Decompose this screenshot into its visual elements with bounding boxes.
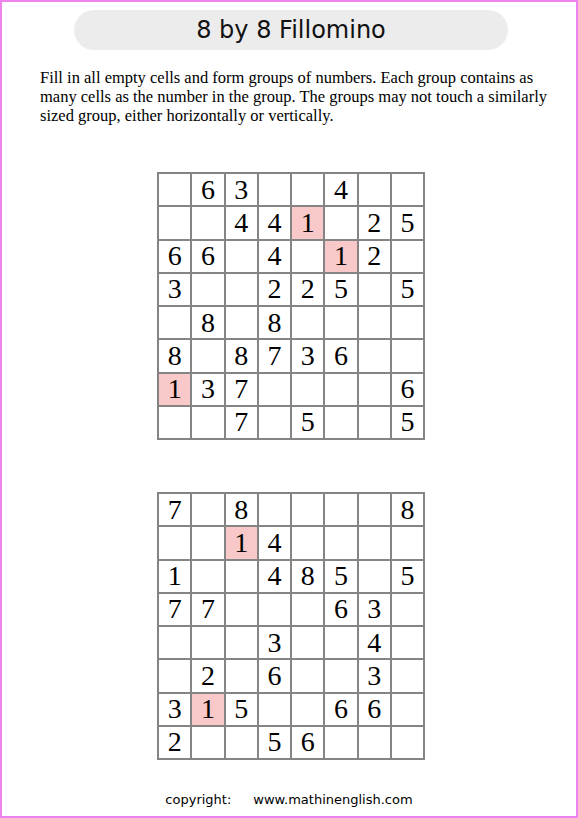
cell-r3c7: 2 bbox=[359, 241, 390, 272]
fillomino-grid-top: 63444125664123225588887361376755 bbox=[157, 172, 425, 440]
cell-r2c2[interactable] bbox=[192, 527, 223, 558]
cell-r3c1: 6 bbox=[159, 241, 190, 272]
cell-r8c6[interactable] bbox=[325, 727, 356, 758]
cell-r3c2: 6 bbox=[192, 241, 223, 272]
cell-r1c5[interactable] bbox=[292, 174, 323, 205]
cell-r8c6[interactable] bbox=[325, 407, 356, 438]
cell-r7c5[interactable] bbox=[292, 374, 323, 405]
cell-r2c5[interactable] bbox=[292, 527, 323, 558]
title-banner: 8 by 8 Fillomino bbox=[74, 10, 508, 50]
cell-r2c5: 1 bbox=[292, 207, 323, 238]
instructions-text: Fill in all empty cells and form groups … bbox=[40, 68, 552, 125]
cell-r6c5[interactable] bbox=[292, 660, 323, 691]
cell-r6c4: 7 bbox=[259, 340, 290, 371]
copyright-label: copyright: bbox=[165, 792, 231, 807]
cell-r4c5: 2 bbox=[292, 274, 323, 305]
cell-r8c7[interactable] bbox=[359, 407, 390, 438]
cell-r2c2[interactable] bbox=[192, 207, 223, 238]
cell-r1c8: 8 bbox=[392, 494, 423, 525]
cell-r3c3[interactable] bbox=[226, 241, 257, 272]
cell-r7c2: 3 bbox=[192, 374, 223, 405]
cell-r5c3[interactable] bbox=[226, 627, 257, 658]
cell-r2c6[interactable] bbox=[325, 527, 356, 558]
cell-r2c3: 1 bbox=[226, 527, 257, 558]
cell-r4c1: 3 bbox=[159, 274, 190, 305]
cell-r5c5[interactable] bbox=[292, 307, 323, 338]
cell-r8c8[interactable] bbox=[392, 727, 423, 758]
cell-r3c4: 4 bbox=[259, 241, 290, 272]
cell-r3c4: 4 bbox=[259, 561, 290, 592]
cell-r5c2[interactable] bbox=[192, 627, 223, 658]
cell-r4c8: 5 bbox=[392, 274, 423, 305]
instructions-line-3: sized group, either horizontally or vert… bbox=[40, 106, 552, 125]
cell-r1c6: 4 bbox=[325, 174, 356, 205]
cell-r5c8[interactable] bbox=[392, 627, 423, 658]
cell-r5c1[interactable] bbox=[159, 627, 190, 658]
cell-r1c3: 3 bbox=[226, 174, 257, 205]
cell-r2c8[interactable] bbox=[392, 527, 423, 558]
cell-r5c2: 8 bbox=[192, 307, 223, 338]
cell-r1c4[interactable] bbox=[259, 174, 290, 205]
cell-r1c1[interactable] bbox=[159, 174, 190, 205]
cell-r8c4: 5 bbox=[259, 727, 290, 758]
cell-r4c7: 3 bbox=[359, 594, 390, 625]
cell-r6c1: 8 bbox=[159, 340, 190, 371]
cell-r1c1: 7 bbox=[159, 494, 190, 525]
cell-r5c7: 4 bbox=[359, 627, 390, 658]
cell-r5c7[interactable] bbox=[359, 307, 390, 338]
cell-r8c8: 5 bbox=[392, 407, 423, 438]
cell-r6c4: 6 bbox=[259, 660, 290, 691]
cell-r7c2: 1 bbox=[192, 694, 223, 725]
cell-r4c5[interactable] bbox=[292, 594, 323, 625]
worksheet-page: 8 by 8 Fillomino Fill in all empty cells… bbox=[0, 0, 578, 818]
cell-r8c5: 5 bbox=[292, 407, 323, 438]
cell-r4c3[interactable] bbox=[226, 594, 257, 625]
cell-r2c1[interactable] bbox=[159, 207, 190, 238]
cell-r6c7[interactable] bbox=[359, 340, 390, 371]
cell-r8c1: 2 bbox=[159, 727, 190, 758]
cell-r6c2[interactable] bbox=[192, 340, 223, 371]
cell-r7c3: 5 bbox=[226, 694, 257, 725]
cell-r2c7[interactable] bbox=[359, 527, 390, 558]
cell-r7c1: 1 bbox=[159, 374, 190, 405]
cell-r6c6[interactable] bbox=[325, 660, 356, 691]
cell-r6c7: 3 bbox=[359, 660, 390, 691]
cell-r7c8[interactable] bbox=[392, 694, 423, 725]
cell-r5c8[interactable] bbox=[392, 307, 423, 338]
cell-r2c6[interactable] bbox=[325, 207, 356, 238]
cell-r2c4: 4 bbox=[259, 527, 290, 558]
cell-r4c1: 7 bbox=[159, 594, 190, 625]
footer: copyright: www.mathinenglish.com bbox=[2, 792, 576, 807]
cell-r8c1[interactable] bbox=[159, 407, 190, 438]
cell-r1c7[interactable] bbox=[359, 174, 390, 205]
cell-r4c6: 6 bbox=[325, 594, 356, 625]
cell-r3c6: 5 bbox=[325, 561, 356, 592]
cell-r8c3: 7 bbox=[226, 407, 257, 438]
cell-r2c1[interactable] bbox=[159, 527, 190, 558]
cell-r5c3[interactable] bbox=[226, 307, 257, 338]
cell-r1c6[interactable] bbox=[325, 494, 356, 525]
cell-r1c4[interactable] bbox=[259, 494, 290, 525]
cell-r7c8: 6 bbox=[392, 374, 423, 405]
cell-r7c4[interactable] bbox=[259, 374, 290, 405]
cell-r5c6[interactable] bbox=[325, 627, 356, 658]
cell-r4c6: 5 bbox=[325, 274, 356, 305]
cell-r7c7[interactable] bbox=[359, 374, 390, 405]
instructions-line-1: Fill in all empty cells and form groups … bbox=[40, 68, 552, 87]
cell-r7c6[interactable] bbox=[325, 374, 356, 405]
cell-r1c7[interactable] bbox=[359, 494, 390, 525]
cell-r7c1: 3 bbox=[159, 694, 190, 725]
cell-r5c5[interactable] bbox=[292, 627, 323, 658]
cell-r5c4: 8 bbox=[259, 307, 290, 338]
cell-r1c2: 6 bbox=[192, 174, 223, 205]
cell-r4c8[interactable] bbox=[392, 594, 423, 625]
cell-r3c8[interactable] bbox=[392, 241, 423, 272]
cell-r8c2[interactable] bbox=[192, 727, 223, 758]
cell-r8c2[interactable] bbox=[192, 407, 223, 438]
cell-r7c4[interactable] bbox=[259, 694, 290, 725]
cell-r8c5: 6 bbox=[292, 727, 323, 758]
cell-r2c3: 4 bbox=[226, 207, 257, 238]
cell-r6c6: 6 bbox=[325, 340, 356, 371]
cell-r1c8[interactable] bbox=[392, 174, 423, 205]
site-url: www.mathinenglish.com bbox=[253, 792, 412, 807]
cell-r7c5[interactable] bbox=[292, 694, 323, 725]
fillomino-grid-bottom: 788141485577633426331566256 bbox=[157, 492, 425, 760]
cell-r8c7[interactable] bbox=[359, 727, 390, 758]
cell-r1c5[interactable] bbox=[292, 494, 323, 525]
cell-r7c7: 6 bbox=[359, 694, 390, 725]
cell-r7c3: 7 bbox=[226, 374, 257, 405]
cell-r3c5: 8 bbox=[292, 561, 323, 592]
cell-r7c6: 6 bbox=[325, 694, 356, 725]
cell-r1c2[interactable] bbox=[192, 494, 223, 525]
cell-r2c7: 2 bbox=[359, 207, 390, 238]
cell-r4c4: 2 bbox=[259, 274, 290, 305]
cell-r2c8: 5 bbox=[392, 207, 423, 238]
cell-r8c4[interactable] bbox=[259, 407, 290, 438]
cell-r1c3: 8 bbox=[226, 494, 257, 525]
cell-r3c5[interactable] bbox=[292, 241, 323, 272]
cell-r3c6: 1 bbox=[325, 241, 356, 272]
cell-r6c2: 2 bbox=[192, 660, 223, 691]
cell-r8c3[interactable] bbox=[226, 727, 257, 758]
cell-r5c1[interactable] bbox=[159, 307, 190, 338]
cell-r3c7[interactable] bbox=[359, 561, 390, 592]
cell-r6c5: 3 bbox=[292, 340, 323, 371]
cell-r6c3: 8 bbox=[226, 340, 257, 371]
cell-r3c1: 1 bbox=[159, 561, 190, 592]
cell-r6c1[interactable] bbox=[159, 660, 190, 691]
cell-r5c4: 3 bbox=[259, 627, 290, 658]
cell-r4c2[interactable] bbox=[192, 274, 223, 305]
cell-r4c2: 7 bbox=[192, 594, 223, 625]
cell-r4c4[interactable] bbox=[259, 594, 290, 625]
cell-r3c3[interactable] bbox=[226, 561, 257, 592]
instructions-line-2: many cells as the number in the group. T… bbox=[40, 87, 552, 106]
cell-r3c2[interactable] bbox=[192, 561, 223, 592]
cell-r5c6[interactable] bbox=[325, 307, 356, 338]
cell-r4c3[interactable] bbox=[226, 274, 257, 305]
cell-r6c8[interactable] bbox=[392, 660, 423, 691]
cell-r6c8[interactable] bbox=[392, 340, 423, 371]
cell-r4c7[interactable] bbox=[359, 274, 390, 305]
cell-r2c4: 4 bbox=[259, 207, 290, 238]
cell-r3c8: 5 bbox=[392, 561, 423, 592]
cell-r6c3[interactable] bbox=[226, 660, 257, 691]
page-title: 8 by 8 Fillomino bbox=[196, 16, 386, 44]
